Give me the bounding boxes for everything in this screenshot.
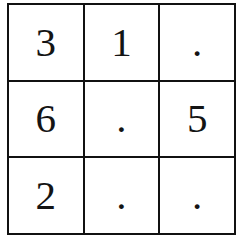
grid-cell-r1c2: 1 <box>85 5 159 80</box>
grid-cell-r1c1: 3 <box>9 5 83 80</box>
grid-cell-r2c1: 6 <box>9 82 83 157</box>
puzzle-grid: 3 1 . 6 . 5 2 . . <box>7 3 236 235</box>
puzzle-canvas: 3 1 . 6 . 5 2 . . <box>0 0 242 240</box>
grid-cell-r2c2: . <box>85 82 159 157</box>
grid-cell-r3c1: 2 <box>9 158 83 233</box>
grid-cell-r2c3: 5 <box>160 82 234 157</box>
grid-cell-r3c3: . <box>160 158 234 233</box>
grid-cell-r3c2: . <box>85 158 159 233</box>
grid-cell-r1c3: . <box>160 5 234 80</box>
